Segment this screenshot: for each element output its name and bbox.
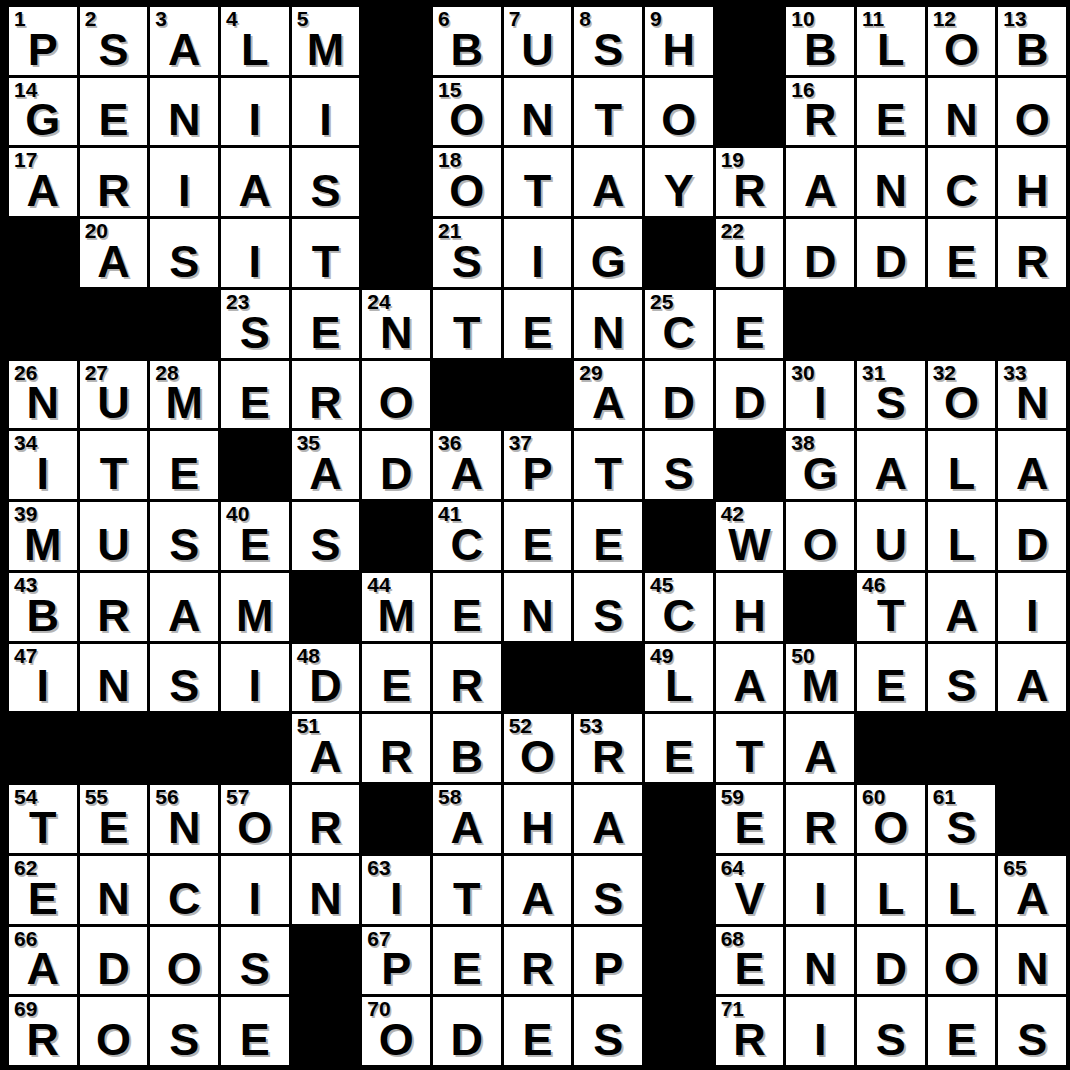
cell-r1c14[interactable]: 12O [928,7,996,75]
cell-r13c2[interactable]: N [80,856,148,924]
cell-letter: O [998,97,1066,142]
block-r12c15 [998,785,1066,853]
cell-r14c1[interactable]: 66A [9,927,77,995]
cell-r13c1[interactable]: 62E [9,856,77,924]
cell-letter: D [645,380,713,425]
cell-r2c1[interactable]: 14G [9,78,77,146]
cell-r9c2[interactable]: R [80,573,148,641]
cell-r2c9[interactable]: T [574,78,642,146]
cell-r10c5[interactable]: 48D [292,644,360,712]
cell-letter: N [998,946,1066,991]
block-r6c8 [504,361,572,429]
cell-letter: Y [645,168,713,213]
cell-r8c5[interactable]: S [292,502,360,570]
cell-r10c13[interactable]: E [857,644,925,712]
cell-r6c9[interactable]: 29A [574,361,642,429]
block-r15c5 [292,997,360,1065]
cell-letter: S [150,239,218,284]
cell-r12c14[interactable]: 61S [928,785,996,853]
cell-letter: E [433,593,501,638]
cell-r15c13[interactable]: S [857,997,925,1065]
cell-r10c3[interactable]: S [150,644,218,712]
cell-r13c12[interactable]: I [786,856,854,924]
cell-r9c10[interactable]: 45C [645,573,713,641]
cell-r15c15[interactable]: S [998,997,1066,1065]
cell-letter: E [504,310,572,355]
cell-letter: I [221,876,289,921]
cell-r1c12[interactable]: 10B [786,7,854,75]
cell-letter: U [716,239,784,284]
cell-r1c3[interactable]: 3A [150,7,218,75]
cell-letter: T [9,805,77,850]
cell-letter: E [362,663,430,708]
cell-r2c12[interactable]: 16R [786,78,854,146]
cell-r2c10[interactable]: O [645,78,713,146]
cell-r5c6[interactable]: 24N [362,290,430,358]
cell-r15c9[interactable]: S [574,997,642,1065]
cell-r2c14[interactable]: N [928,78,996,146]
cell-r4c15[interactable]: R [998,219,1066,287]
cell-r14c13[interactable]: D [857,927,925,995]
cell-r15c7[interactable]: D [433,997,501,1065]
cell-r9c15[interactable]: I [998,573,1066,641]
cell-r4c5[interactable]: T [292,219,360,287]
cell-r12c2[interactable]: 55E [80,785,148,853]
cell-letter: O [928,27,996,72]
cell-letter: P [504,451,572,496]
cell-r5c4[interactable]: 23S [221,290,289,358]
cell-letter: I [786,876,854,921]
cell-r2c13[interactable]: E [857,78,925,146]
cell-r7c10[interactable]: S [645,431,713,499]
block-r6c7 [433,361,501,429]
cell-letter: A [292,734,360,779]
cell-r13c14[interactable]: L [928,856,996,924]
cell-r3c1[interactable]: 17A [9,148,77,216]
cell-r8c1[interactable]: 39M [9,502,77,570]
cell-letter: P [362,946,430,991]
cell-r3c2[interactable]: R [80,148,148,216]
block-r8c6 [362,502,430,570]
cell-letter: S [857,380,925,425]
cell-r3c11[interactable]: 19R [716,148,784,216]
cell-letter: E [80,805,148,850]
cell-r15c12[interactable]: I [786,997,854,1065]
cell-r4c4[interactable]: I [221,219,289,287]
cell-letter: E [504,522,572,567]
cell-letter: E [221,522,289,567]
cell-r11c5[interactable]: 51A [292,714,360,782]
cell-r9c11[interactable]: H [716,573,784,641]
cell-r6c4[interactable]: E [221,361,289,429]
cell-r7c14[interactable]: L [928,431,996,499]
cell-r10c15[interactable]: A [998,644,1066,712]
cell-letter: R [574,734,642,779]
cell-letter: N [857,168,925,213]
cell-r3c12[interactable]: A [786,148,854,216]
cell-r15c2[interactable]: O [80,997,148,1065]
cell-r14c7[interactable]: E [433,927,501,995]
cell-letter: D [292,663,360,708]
cell-r5c5[interactable]: E [292,290,360,358]
cell-r5c11[interactable]: E [716,290,784,358]
cell-r2c3[interactable]: N [150,78,218,146]
cell-letter: S [574,593,642,638]
cell-r8c8[interactable]: E [504,502,572,570]
cell-r8c12[interactable]: O [786,502,854,570]
cell-letter: R [9,1017,77,1062]
cell-r9c14[interactable]: A [928,573,996,641]
cell-r5c8[interactable]: E [504,290,572,358]
cell-r8c11[interactable]: 42W [716,502,784,570]
cell-r3c8[interactable]: T [504,148,572,216]
block-r7c4 [221,431,289,499]
cell-r4c2[interactable]: 20A [80,219,148,287]
cell-r3c4[interactable]: A [221,148,289,216]
cell-r8c9[interactable]: E [574,502,642,570]
cell-r14c4[interactable]: S [221,927,289,995]
cell-r6c1[interactable]: 26N [9,361,77,429]
cell-r13c7[interactable]: T [433,856,501,924]
cell-r3c3[interactable]: I [150,148,218,216]
cell-r11c12[interactable]: A [786,714,854,782]
cell-r10c4[interactable]: I [221,644,289,712]
cell-r4c8[interactable]: I [504,219,572,287]
cell-letter: A [786,168,854,213]
cell-r1c4[interactable]: 4L [221,7,289,75]
cell-letter: A [433,451,501,496]
cell-r6c12[interactable]: 30I [786,361,854,429]
cell-r6c6[interactable]: O [362,361,430,429]
cell-letter: I [221,97,289,142]
cell-r13c15[interactable]: 65A [998,856,1066,924]
cell-r2c4[interactable]: I [221,78,289,146]
cell-r13c4[interactable]: I [221,856,289,924]
cell-r10c7[interactable]: R [433,644,501,712]
cell-r14c8[interactable]: R [504,927,572,995]
block-r4c10 [645,219,713,287]
cell-r5c10[interactable]: 25C [645,290,713,358]
cell-r8c4[interactable]: 40E [221,502,289,570]
cell-r8c13[interactable]: U [857,502,925,570]
cell-letter: O [221,805,289,850]
cell-r13c9[interactable]: S [574,856,642,924]
cell-r15c4[interactable]: E [221,997,289,1065]
cell-r3c13[interactable]: N [857,148,925,216]
cell-r7c13[interactable]: A [857,431,925,499]
cell-r12c13[interactable]: 60O [857,785,925,853]
cell-r15c6[interactable]: 70O [362,997,430,1065]
block-r13c10 [645,856,713,924]
cell-r8c2[interactable]: U [80,502,148,570]
cell-r7c6[interactable]: D [362,431,430,499]
cell-r11c7[interactable]: B [433,714,501,782]
cell-r12c8[interactable]: H [504,785,572,853]
cell-letter: A [9,168,77,213]
cell-r3c14[interactable]: C [928,148,996,216]
cell-r1c5[interactable]: 5M [292,7,360,75]
cell-letter: A [786,734,854,779]
cell-letter: C [645,593,713,638]
cell-letter: R [292,805,360,850]
cell-r12c12[interactable]: R [786,785,854,853]
block-r2c6 [362,78,430,146]
cell-letter: A [150,593,218,638]
cell-letter: S [150,663,218,708]
cell-letter: C [433,522,501,567]
block-r1c11 [716,7,784,75]
cell-letter: E [928,1017,996,1062]
cell-r14c9[interactable]: P [574,927,642,995]
cell-r6c10[interactable]: D [645,361,713,429]
cell-r4c3[interactable]: S [150,219,218,287]
cell-r4c12[interactable]: D [786,219,854,287]
cell-letter: H [998,168,1066,213]
cell-r1c8[interactable]: 7U [504,7,572,75]
cell-r15c3[interactable]: S [150,997,218,1065]
cell-r1c1[interactable]: 1P [9,7,77,75]
cell-letter: L [857,27,925,72]
cell-letter: O [433,168,501,213]
cell-r2c15[interactable]: O [998,78,1066,146]
cell-r6c14[interactable]: 32O [928,361,996,429]
block-r14c5 [292,927,360,995]
cell-r9c4[interactable]: M [221,573,289,641]
cell-r12c11[interactable]: 59E [716,785,784,853]
cell-r3c15[interactable]: H [998,148,1066,216]
cell-r9c1[interactable]: 43B [9,573,77,641]
cell-letter: N [786,946,854,991]
cell-letter: T [716,734,784,779]
cell-r7c5[interactable]: 35A [292,431,360,499]
cell-r14c12[interactable]: N [786,927,854,995]
cell-r6c11[interactable]: D [716,361,784,429]
cell-r5c7[interactable]: T [433,290,501,358]
cell-r14c15[interactable]: N [998,927,1066,995]
cell-letter: I [9,663,77,708]
cell-r7c12[interactable]: 38G [786,431,854,499]
cell-letter: N [928,97,996,142]
cell-r7c2[interactable]: T [80,431,148,499]
cell-r3c10[interactable]: Y [645,148,713,216]
cell-r8c14[interactable]: L [928,502,996,570]
block-r10c9 [574,644,642,712]
cell-r9c6[interactable]: 44M [362,573,430,641]
cell-letter: E [9,876,77,921]
block-r9c5 [292,573,360,641]
cell-letter: R [504,946,572,991]
cell-r11c10[interactable]: E [645,714,713,782]
cell-letter: N [574,310,642,355]
cell-letter: N [150,805,218,850]
cell-r9c3[interactable]: A [150,573,218,641]
cell-r7c1[interactable]: 34I [9,431,77,499]
cell-letter: O [928,380,996,425]
cell-r12c5[interactable]: R [292,785,360,853]
cell-r1c15[interactable]: 13B [998,7,1066,75]
cell-letter: M [150,380,218,425]
cell-letter: I [786,380,854,425]
block-r4c6 [362,219,430,287]
cell-r12c7[interactable]: 58A [433,785,501,853]
cell-r9c7[interactable]: E [433,573,501,641]
cell-r4c13[interactable]: D [857,219,925,287]
cell-r1c9[interactable]: 8S [574,7,642,75]
block-r10c8 [504,644,572,712]
cell-letter: E [221,380,289,425]
cell-letter: L [928,522,996,567]
cell-r12c3[interactable]: 56N [150,785,218,853]
cell-letter: S [433,239,501,284]
cell-r7c15[interactable]: A [998,431,1066,499]
cell-letter: E [504,1017,572,1062]
cell-r2c5[interactable]: I [292,78,360,146]
crossword-board: 1P2S3A4L5M6B7U8S9H10B11L12O13B14GENII15O… [0,0,1070,1070]
cell-r5c9[interactable]: N [574,290,642,358]
cell-r1c7[interactable]: 6B [433,7,501,75]
cell-r14c2[interactable]: D [80,927,148,995]
cell-letter: E [150,451,218,496]
cell-letter: E [928,239,996,284]
cell-r6c2[interactable]: 27U [80,361,148,429]
cell-r4c11[interactable]: 22U [716,219,784,287]
cell-letter: B [9,593,77,638]
cell-letter: L [857,876,925,921]
cell-r1c2[interactable]: 2S [80,7,148,75]
cell-letter: S [928,663,996,708]
cell-letter: I [150,168,218,213]
cell-r11c8[interactable]: 52O [504,714,572,782]
cell-r2c8[interactable]: N [504,78,572,146]
cell-r1c13[interactable]: 11L [857,7,925,75]
cell-r13c11[interactable]: 64V [716,856,784,924]
cell-letter: O [504,734,572,779]
cell-r10c10[interactable]: 49L [645,644,713,712]
cell-letter: S [574,876,642,921]
cell-r12c4[interactable]: 57O [221,785,289,853]
cell-r10c6[interactable]: E [362,644,430,712]
cell-r4c9[interactable]: G [574,219,642,287]
cell-letter: A [292,451,360,496]
cell-r13c6[interactable]: 63I [362,856,430,924]
cell-letter: O [433,97,501,142]
cell-r9c8[interactable]: N [504,573,572,641]
cell-letter: N [504,593,572,638]
cell-r14c3[interactable]: O [150,927,218,995]
cell-r13c3[interactable]: C [150,856,218,924]
cell-letter: E [574,522,642,567]
cell-letter: H [504,805,572,850]
cell-r8c3[interactable]: S [150,502,218,570]
cell-r15c14[interactable]: E [928,997,996,1065]
cell-r10c14[interactable]: S [928,644,996,712]
cell-r14c6[interactable]: 67P [362,927,430,995]
cell-letter: L [645,663,713,708]
cell-r7c7[interactable]: 36A [433,431,501,499]
cell-r7c9[interactable]: T [574,431,642,499]
cell-r4c14[interactable]: E [928,219,996,287]
cell-letter: R [80,168,148,213]
cell-r10c11[interactable]: A [716,644,784,712]
cell-letter: U [504,27,572,72]
cell-r6c13[interactable]: 31S [857,361,925,429]
cell-letter: T [80,451,148,496]
cell-letter: I [221,663,289,708]
cell-r10c2[interactable]: N [80,644,148,712]
cell-r3c5[interactable]: S [292,148,360,216]
cell-letter: A [433,805,501,850]
block-r14c10 [645,927,713,995]
cell-letter: N [362,310,430,355]
cell-letter: W [716,522,784,567]
cell-letter: A [9,946,77,991]
cell-letter: O [80,1017,148,1062]
cell-letter: D [433,1017,501,1062]
cell-r9c9[interactable]: S [574,573,642,641]
cell-r10c12[interactable]: 50M [786,644,854,712]
cell-r8c7[interactable]: 41C [433,502,501,570]
cell-r14c11[interactable]: 68E [716,927,784,995]
cell-letter: A [221,168,289,213]
cell-r10c1[interactable]: 47I [9,644,77,712]
cell-r12c1[interactable]: 54T [9,785,77,853]
cell-r13c8[interactable]: A [504,856,572,924]
cell-r8c15[interactable]: D [998,502,1066,570]
cell-letter: N [9,380,77,425]
cell-r7c3[interactable]: E [150,431,218,499]
cell-letter: T [433,876,501,921]
cell-letter: O [928,946,996,991]
cell-letter: R [786,97,854,142]
cell-r4c7[interactable]: 21S [433,219,501,287]
crossword-puzzle: 1P2S3A4L5M6B7U8S9H10B11L12O13B14GENII15O… [0,0,1070,1070]
cell-letter: H [645,27,713,72]
cell-r11c11[interactable]: T [716,714,784,782]
cell-r6c5[interactable]: R [292,361,360,429]
cell-r15c1[interactable]: 69R [9,997,77,1065]
cell-r12c9[interactable]: A [574,785,642,853]
cell-letter: L [928,451,996,496]
cell-r11c9[interactable]: 53R [574,714,642,782]
cell-r15c8[interactable]: E [504,997,572,1065]
cell-letter: B [786,27,854,72]
cell-r7c8[interactable]: 37P [504,431,572,499]
cell-r2c7[interactable]: 15O [433,78,501,146]
block-r5c1 [9,290,77,358]
cell-r14c14[interactable]: O [928,927,996,995]
cell-r15c11[interactable]: 71R [716,997,784,1065]
cell-r1c10[interactable]: 9H [645,7,713,75]
cell-letter: T [292,239,360,284]
cell-r13c13[interactable]: L [857,856,925,924]
cell-letter: T [857,593,925,638]
cell-r13c5[interactable]: N [292,856,360,924]
cell-r6c15[interactable]: 33N [998,361,1066,429]
block-r5c2 [80,290,148,358]
cell-r6c3[interactable]: 28M [150,361,218,429]
cell-r3c7[interactable]: 18O [433,148,501,216]
block-r15c10 [645,997,713,1065]
cell-letter: I [998,593,1066,638]
cell-letter: N [998,380,1066,425]
cell-letter: R [362,734,430,779]
cell-letter: S [221,946,289,991]
cell-r2c2[interactable]: E [80,78,148,146]
cell-letter: H [716,593,784,638]
cell-r3c9[interactable]: A [574,148,642,216]
cell-r9c13[interactable]: 46T [857,573,925,641]
cell-r11c6[interactable]: R [362,714,430,782]
